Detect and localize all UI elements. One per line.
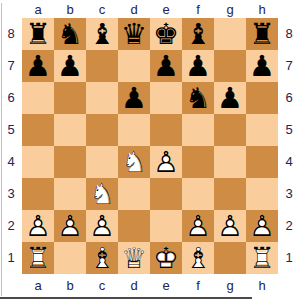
square-a2[interactable]: ♟♙	[22, 210, 54, 242]
piece-white-pawn: ♙	[22, 210, 54, 242]
square-d8[interactable]: ♛	[118, 18, 150, 50]
square-c6[interactable]	[86, 82, 118, 114]
square-h8[interactable]: ♜	[246, 18, 278, 50]
piece-white-pawn-fill: ♟	[150, 146, 182, 178]
square-b8[interactable]: ♞	[54, 18, 86, 50]
piece-white-pawn: ♙	[54, 210, 86, 242]
piece-white-queen: ♕	[118, 242, 150, 274]
square-d5[interactable]	[118, 114, 150, 146]
piece-black-pawn: ♟	[22, 50, 54, 82]
square-h2[interactable]: ♟♙	[246, 210, 278, 242]
square-d1[interactable]: ♛♕	[118, 242, 150, 274]
square-c3[interactable]: ♞♘	[86, 178, 118, 210]
square-g4[interactable]	[214, 146, 246, 178]
file-labels-top: abcdefgh	[22, 0, 278, 18]
square-d2[interactable]	[118, 210, 150, 242]
piece-black-king: ♚	[150, 18, 182, 50]
piece-white-bishop: ♗	[182, 242, 214, 274]
file-label-h-top: h	[246, 0, 278, 19]
rank-label-7-left: 7	[0, 50, 22, 82]
square-f6[interactable]: ♞	[182, 82, 214, 114]
square-b3[interactable]	[54, 178, 86, 210]
square-d4[interactable]: ♞♘	[118, 146, 150, 178]
rank-label-8-left: 8	[0, 18, 22, 50]
square-g6[interactable]: ♟	[214, 82, 246, 114]
rank-label-1-right: 1	[278, 242, 300, 274]
square-b1[interactable]	[54, 242, 86, 274]
rank-label-6-left: 6	[0, 82, 22, 114]
square-d3[interactable]	[118, 178, 150, 210]
piece-white-pawn-fill: ♟	[54, 210, 86, 242]
square-h3[interactable]	[246, 178, 278, 210]
piece-black-pawn: ♟	[246, 50, 278, 82]
piece-black-knight: ♞	[54, 18, 86, 50]
piece-white-rook: ♖	[22, 242, 54, 274]
file-label-e-top: e	[150, 0, 182, 19]
rank-label-4-left: 4	[0, 146, 22, 178]
piece-white-pawn-fill: ♟	[182, 210, 214, 242]
square-g3[interactable]	[214, 178, 246, 210]
square-e5[interactable]	[150, 114, 182, 146]
square-g7[interactable]	[214, 50, 246, 82]
square-f2[interactable]: ♟♙	[182, 210, 214, 242]
piece-white-queen-fill: ♛	[118, 242, 150, 274]
square-c7[interactable]	[86, 50, 118, 82]
piece-black-pawn: ♟	[150, 50, 182, 82]
square-b7[interactable]: ♟	[54, 50, 86, 82]
square-b4[interactable]	[54, 146, 86, 178]
piece-white-bishop-fill: ♝	[86, 242, 118, 274]
square-f4[interactable]	[182, 146, 214, 178]
piece-white-pawn-fill: ♟	[214, 210, 246, 242]
piece-white-king-fill: ♚	[150, 242, 182, 274]
square-b6[interactable]	[54, 82, 86, 114]
file-label-a-top: a	[22, 0, 54, 19]
square-h4[interactable]	[246, 146, 278, 178]
square-h7[interactable]: ♟	[246, 50, 278, 82]
piece-black-bishop: ♝	[182, 18, 214, 50]
piece-white-rook-fill: ♜	[22, 242, 54, 274]
page-bottom-border	[0, 297, 252, 299]
rank-label-5-right: 5	[278, 114, 300, 146]
rank-labels-left: 87654321	[0, 18, 22, 274]
rank-label-4-right: 4	[278, 146, 300, 178]
square-c2[interactable]: ♟♙	[86, 210, 118, 242]
piece-black-rook: ♜	[22, 18, 54, 50]
page-left-border	[1, 3, 2, 296]
rank-label-3-left: 3	[0, 178, 22, 210]
piece-white-bishop-fill: ♝	[182, 242, 214, 274]
rank-label-7-right: 7	[278, 50, 300, 82]
square-g5[interactable]	[214, 114, 246, 146]
chess-board-app: abcdefgh 87654321 ♜♞♝♛♚♝♜♟♟♟♟♟♟♞♟♞♘♟♙♞♘♟…	[0, 0, 300, 300]
square-g1[interactable]	[214, 242, 246, 274]
square-d7[interactable]	[118, 50, 150, 82]
square-f8[interactable]: ♝	[182, 18, 214, 50]
square-e4[interactable]: ♟♙	[150, 146, 182, 178]
piece-white-pawn-fill: ♟	[22, 210, 54, 242]
rank-labels-right: 87654321	[278, 18, 300, 274]
rank-label-2-left: 2	[0, 210, 22, 242]
piece-white-bishop: ♗	[86, 242, 118, 274]
piece-black-pawn: ♟	[118, 82, 150, 114]
square-f5[interactable]	[182, 114, 214, 146]
square-e6[interactable]	[150, 82, 182, 114]
rank-label-6-right: 6	[278, 82, 300, 114]
square-e1[interactable]: ♚♔	[150, 242, 182, 274]
piece-white-rook: ♖	[246, 242, 278, 274]
piece-white-rook-fill: ♜	[246, 242, 278, 274]
piece-white-knight: ♘	[86, 178, 118, 210]
rank-label-5-left: 5	[0, 114, 22, 146]
square-e2[interactable]	[150, 210, 182, 242]
piece-black-knight: ♞	[182, 82, 214, 114]
file-label-c-top: c	[86, 0, 118, 19]
file-label-b-top: b	[54, 0, 86, 19]
square-c8[interactable]: ♝	[86, 18, 118, 50]
square-h6[interactable]	[246, 82, 278, 114]
piece-white-king: ♔	[150, 242, 182, 274]
piece-white-pawn-fill: ♟	[86, 210, 118, 242]
file-label-g-top: g	[214, 0, 246, 19]
square-c4[interactable]	[86, 146, 118, 178]
rank-label-1-left: 1	[0, 242, 22, 274]
square-a7[interactable]: ♟	[22, 50, 54, 82]
piece-black-pawn: ♟	[182, 50, 214, 82]
square-d6[interactable]: ♟	[118, 82, 150, 114]
piece-black-pawn: ♟	[54, 50, 86, 82]
piece-white-pawn-fill: ♟	[246, 210, 278, 242]
piece-white-pawn: ♙	[150, 146, 182, 178]
piece-white-pawn: ♙	[246, 210, 278, 242]
rank-label-8-right: 8	[278, 18, 300, 50]
square-g8[interactable]	[214, 18, 246, 50]
square-a8[interactable]: ♜	[22, 18, 54, 50]
square-e3[interactable]	[150, 178, 182, 210]
square-c5[interactable]	[86, 114, 118, 146]
piece-black-bishop: ♝	[86, 18, 118, 50]
square-a3[interactable]	[22, 178, 54, 210]
square-g2[interactable]: ♟♙	[214, 210, 246, 242]
square-f3[interactable]	[182, 178, 214, 210]
square-a6[interactable]	[22, 82, 54, 114]
file-label-d-top: d	[118, 0, 150, 19]
piece-white-knight-fill: ♞	[86, 178, 118, 210]
piece-white-knight-fill: ♞	[118, 146, 150, 178]
rank-label-2-right: 2	[278, 210, 300, 242]
square-f1[interactable]: ♝♗	[182, 242, 214, 274]
rank-label-3-right: 3	[278, 178, 300, 210]
chess-board: ♜♞♝♛♚♝♜♟♟♟♟♟♟♞♟♞♘♟♙♞♘♟♙♟♙♟♙♟♙♟♙♟♙♜♖♝♗♛♕♚…	[22, 18, 278, 274]
piece-white-knight: ♘	[118, 146, 150, 178]
square-c1[interactable]: ♝♗	[86, 242, 118, 274]
square-a5[interactable]	[22, 114, 54, 146]
square-a4[interactable]	[22, 146, 54, 178]
piece-white-pawn: ♙	[86, 210, 118, 242]
square-f7[interactable]: ♟	[182, 50, 214, 82]
piece-white-pawn: ♙	[214, 210, 246, 242]
piece-black-queen: ♛	[118, 18, 150, 50]
square-h1[interactable]: ♜♖	[246, 242, 278, 274]
file-label-f-top: f	[182, 0, 214, 19]
square-a1[interactable]: ♜♖	[22, 242, 54, 274]
square-e7[interactable]: ♟	[150, 50, 182, 82]
piece-white-pawn: ♙	[182, 210, 214, 242]
piece-black-pawn: ♟	[214, 82, 246, 114]
square-b2[interactable]: ♟♙	[54, 210, 86, 242]
piece-black-rook: ♜	[246, 18, 278, 50]
square-e8[interactable]: ♚	[150, 18, 182, 50]
square-h5[interactable]	[246, 114, 278, 146]
square-b5[interactable]	[54, 114, 86, 146]
